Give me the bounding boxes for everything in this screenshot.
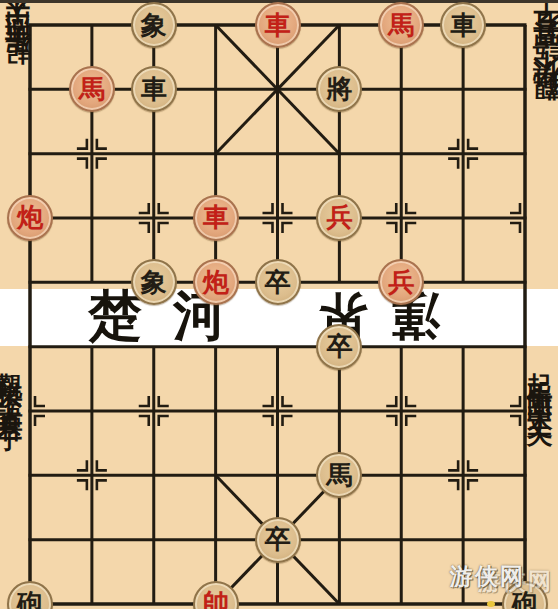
star-point-mark xyxy=(35,416,45,426)
piece-red-chariot[interactable]: 車 xyxy=(255,2,301,48)
star-point-mark xyxy=(386,203,396,213)
star-point-mark xyxy=(77,139,87,149)
star-point-mark xyxy=(159,416,169,426)
star-point-mark xyxy=(283,223,293,233)
piece-black-elephant[interactable]: 象 xyxy=(131,2,177,48)
star-point-mark xyxy=(97,159,107,169)
star-point-mark xyxy=(468,460,478,470)
watermark: 游侠网 xyxy=(450,561,525,592)
star-point-mark xyxy=(468,159,478,169)
star-point-mark xyxy=(510,396,520,406)
star-point-mark xyxy=(263,416,273,426)
calligraphy-right-bottom: 起手無回大丈夫 xyxy=(528,352,557,408)
star-point-mark xyxy=(510,223,520,233)
star-point-mark xyxy=(406,223,416,233)
star-point-mark xyxy=(159,203,169,213)
piece-black-soldier[interactable]: 卒 xyxy=(255,517,301,563)
calligraphy-left-top: 起手無回大丈夫 xyxy=(0,16,27,86)
star-point-mark xyxy=(386,396,396,406)
star-point-mark xyxy=(35,396,45,406)
star-point-mark xyxy=(159,223,169,233)
star-point-mark xyxy=(77,480,87,490)
piece-black-soldier[interactable]: 卒 xyxy=(255,259,301,305)
star-point-mark xyxy=(386,223,396,233)
star-point-mark xyxy=(159,396,169,406)
star-point-mark xyxy=(97,460,107,470)
star-point-mark xyxy=(468,139,478,149)
star-point-mark xyxy=(468,480,478,490)
watermark-dot xyxy=(487,601,495,607)
star-point-mark xyxy=(406,396,416,406)
star-point-mark xyxy=(406,416,416,426)
star-point-mark xyxy=(448,460,458,470)
star-point-mark xyxy=(448,480,458,490)
piece-black-chariot[interactable]: 車 xyxy=(131,66,177,112)
star-point-mark xyxy=(386,416,396,426)
star-point-mark xyxy=(139,396,149,406)
piece-red-chariot[interactable]: 車 xyxy=(193,195,239,241)
xiangqi-app: 楚 河 界 漢 起手無回大丈夫 觀棋不語真君子 觀棋不語真君子 起手無回大丈夫 … xyxy=(0,0,558,609)
piece-red-cannon[interactable]: 炮 xyxy=(7,195,53,241)
star-point-mark xyxy=(406,203,416,213)
calligraphy-right-top: 觀棋不語真君子 xyxy=(528,32,557,123)
star-point-mark xyxy=(263,396,273,406)
star-point-mark xyxy=(283,203,293,213)
piece-black-elephant[interactable]: 象 xyxy=(131,259,177,305)
star-point-mark xyxy=(448,139,458,149)
star-point-mark xyxy=(97,480,107,490)
piece-red-cannon[interactable]: 炮 xyxy=(193,259,239,305)
calligraphy-left-bottom: 觀棋不語真君子 xyxy=(0,352,27,415)
star-point-mark xyxy=(510,416,520,426)
star-point-mark xyxy=(77,460,87,470)
star-point-mark xyxy=(263,223,273,233)
star-point-mark xyxy=(139,203,149,213)
piece-black-chariot[interactable]: 車 xyxy=(440,2,486,48)
star-point-mark xyxy=(139,416,149,426)
piece-red-horse[interactable]: 馬 xyxy=(69,66,115,112)
star-point-mark xyxy=(77,159,87,169)
star-point-mark xyxy=(283,396,293,406)
star-point-mark xyxy=(283,416,293,426)
star-point-mark xyxy=(448,159,458,169)
star-point-mark xyxy=(510,203,520,213)
piece-red-horse[interactable]: 馬 xyxy=(378,2,424,48)
piece-black-soldier[interactable]: 卒 xyxy=(316,324,362,370)
star-point-mark xyxy=(97,139,107,149)
star-point-mark xyxy=(139,223,149,233)
star-point-mark xyxy=(263,203,273,213)
